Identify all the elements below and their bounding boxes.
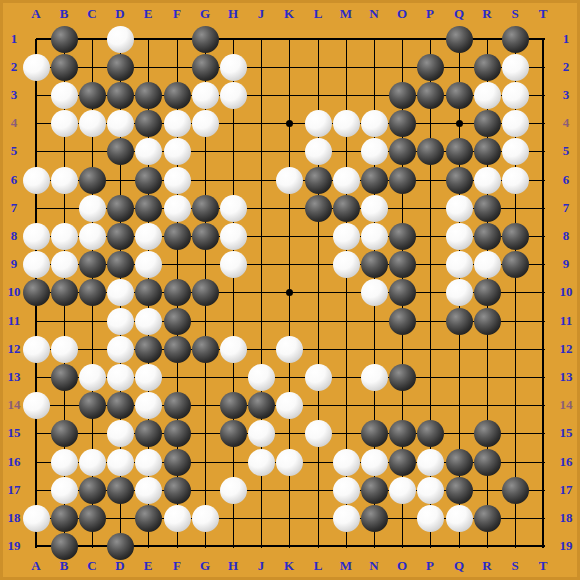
stone-white-E9[interactable] xyxy=(135,251,162,278)
stone-black-R4[interactable] xyxy=(474,110,501,137)
stone-black-C6[interactable] xyxy=(79,167,106,194)
stone-white-M18[interactable] xyxy=(333,505,360,532)
stone-black-D7[interactable] xyxy=(107,195,134,222)
column-label-bottom-S: S xyxy=(505,558,525,574)
stone-white-S3[interactable] xyxy=(502,82,529,109)
stone-black-S8[interactable] xyxy=(502,223,529,250)
stone-black-D3[interactable] xyxy=(107,82,134,109)
stone-black-S17[interactable] xyxy=(502,477,529,504)
stone-black-D14[interactable] xyxy=(107,392,134,419)
column-label-top-N: N xyxy=(364,6,384,22)
stone-black-S9[interactable] xyxy=(502,251,529,278)
stone-black-B15[interactable] xyxy=(51,420,78,447)
stone-white-D11[interactable] xyxy=(107,308,134,335)
stone-white-N8[interactable] xyxy=(361,223,388,250)
hoshi-Q4 xyxy=(456,120,463,127)
stone-black-G10[interactable] xyxy=(192,279,219,306)
row-label-right-5: 5 xyxy=(553,143,579,159)
stone-white-F6[interactable] xyxy=(164,167,191,194)
stone-white-F4[interactable] xyxy=(164,110,191,137)
stone-white-B9[interactable] xyxy=(51,251,78,278)
stone-white-G18[interactable] xyxy=(192,505,219,532)
stone-white-K14[interactable] xyxy=(276,392,303,419)
stone-black-F3[interactable] xyxy=(164,82,191,109)
column-label-bottom-P: P xyxy=(420,558,440,574)
column-label-top-G: G xyxy=(195,6,215,22)
stone-black-L7[interactable] xyxy=(305,195,332,222)
stone-white-J15[interactable] xyxy=(248,420,275,447)
column-label-top-H: H xyxy=(223,6,243,22)
row-label-left-3: 3 xyxy=(1,87,27,103)
stone-white-D16[interactable] xyxy=(107,449,134,476)
stone-white-B12[interactable] xyxy=(51,336,78,363)
column-label-top-D: D xyxy=(110,6,130,22)
stone-black-N6[interactable] xyxy=(361,167,388,194)
stone-black-F17[interactable] xyxy=(164,477,191,504)
stone-black-O8[interactable] xyxy=(389,223,416,250)
grid-line-v-T xyxy=(542,39,544,548)
grid-line-v-H xyxy=(233,39,234,548)
stone-black-B13[interactable] xyxy=(51,364,78,391)
column-label-bottom-B: B xyxy=(54,558,74,574)
row-label-left-1: 1 xyxy=(1,31,27,47)
stone-white-K16[interactable] xyxy=(276,449,303,476)
row-label-right-8: 8 xyxy=(553,228,579,244)
stone-white-Q18[interactable] xyxy=(446,505,473,532)
stone-black-G2[interactable] xyxy=(192,54,219,81)
stone-black-P15[interactable] xyxy=(417,420,444,447)
stone-black-F11[interactable] xyxy=(164,308,191,335)
column-label-bottom-F: F xyxy=(167,558,187,574)
stone-black-F12[interactable] xyxy=(164,336,191,363)
stone-black-O3[interactable] xyxy=(389,82,416,109)
hoshi-K10 xyxy=(286,289,293,296)
row-label-right-12: 12 xyxy=(553,341,579,357)
column-label-bottom-C: C xyxy=(82,558,102,574)
row-label-right-11: 11 xyxy=(553,313,579,329)
column-label-bottom-Q: Q xyxy=(449,558,469,574)
stone-black-O11[interactable] xyxy=(389,308,416,335)
stone-black-E10[interactable] xyxy=(135,279,162,306)
stone-white-G4[interactable] xyxy=(192,110,219,137)
stone-black-O15[interactable] xyxy=(389,420,416,447)
stone-black-R7[interactable] xyxy=(474,195,501,222)
row-label-right-19: 19 xyxy=(553,538,579,554)
stone-white-E16[interactable] xyxy=(135,449,162,476)
stone-white-E14[interactable] xyxy=(135,392,162,419)
stone-white-B8[interactable] xyxy=(51,223,78,250)
stone-white-H8[interactable] xyxy=(220,223,247,250)
stone-black-D9[interactable] xyxy=(107,251,134,278)
stone-white-M4[interactable] xyxy=(333,110,360,137)
stone-black-Q1[interactable] xyxy=(446,26,473,53)
stone-white-M6[interactable] xyxy=(333,167,360,194)
stone-white-C8[interactable] xyxy=(79,223,106,250)
stone-black-G7[interactable] xyxy=(192,195,219,222)
stone-black-G8[interactable] xyxy=(192,223,219,250)
stone-white-K12[interactable] xyxy=(276,336,303,363)
stone-white-B3[interactable] xyxy=(51,82,78,109)
stone-black-O5[interactable] xyxy=(389,138,416,165)
stone-white-E11[interactable] xyxy=(135,308,162,335)
stone-white-B17[interactable] xyxy=(51,477,78,504)
stone-white-L4[interactable] xyxy=(305,110,332,137)
stone-white-P17[interactable] xyxy=(417,477,444,504)
column-label-top-R: R xyxy=(477,6,497,22)
stone-black-C3[interactable] xyxy=(79,82,106,109)
stone-black-O16[interactable] xyxy=(389,449,416,476)
stone-white-M16[interactable] xyxy=(333,449,360,476)
stone-white-F18[interactable] xyxy=(164,505,191,532)
stone-black-C17[interactable] xyxy=(79,477,106,504)
stone-black-R11[interactable] xyxy=(474,308,501,335)
stone-white-H2[interactable] xyxy=(220,54,247,81)
column-label-top-Q: Q xyxy=(449,6,469,22)
stone-black-E18[interactable] xyxy=(135,505,162,532)
stone-black-E15[interactable] xyxy=(135,420,162,447)
column-label-bottom-K: K xyxy=(279,558,299,574)
stone-white-E13[interactable] xyxy=(135,364,162,391)
stone-white-L15[interactable] xyxy=(305,420,332,447)
stone-black-F10[interactable] xyxy=(164,279,191,306)
stone-white-N5[interactable] xyxy=(361,138,388,165)
stone-black-O6[interactable] xyxy=(389,167,416,194)
stone-black-N18[interactable] xyxy=(361,505,388,532)
column-label-top-J: J xyxy=(251,6,271,22)
stone-white-C16[interactable] xyxy=(79,449,106,476)
column-label-bottom-R: R xyxy=(477,558,497,574)
stone-black-E7[interactable] xyxy=(135,195,162,222)
stone-white-N4[interactable] xyxy=(361,110,388,137)
stone-white-P16[interactable] xyxy=(417,449,444,476)
stone-white-S2[interactable] xyxy=(502,54,529,81)
stone-black-Q16[interactable] xyxy=(446,449,473,476)
stone-black-F15[interactable] xyxy=(164,420,191,447)
row-label-left-8: 8 xyxy=(1,228,27,244)
stone-black-P2[interactable] xyxy=(417,54,444,81)
stone-black-D8[interactable] xyxy=(107,223,134,250)
stone-black-Q3[interactable] xyxy=(446,82,473,109)
stone-white-C13[interactable] xyxy=(79,364,106,391)
row-label-left-19: 19 xyxy=(1,538,27,554)
stone-black-P5[interactable] xyxy=(417,138,444,165)
stone-white-Q9[interactable] xyxy=(446,251,473,278)
stone-black-O9[interactable] xyxy=(389,251,416,278)
row-label-right-3: 3 xyxy=(553,87,579,103)
row-label-left-6: 6 xyxy=(1,172,27,188)
stone-black-Q11[interactable] xyxy=(446,308,473,335)
hoshi-K4 xyxy=(286,120,293,127)
stone-black-G12[interactable] xyxy=(192,336,219,363)
stone-white-R3[interactable] xyxy=(474,82,501,109)
row-label-left-7: 7 xyxy=(1,200,27,216)
stone-white-Q7[interactable] xyxy=(446,195,473,222)
row-label-left-12: 12 xyxy=(1,341,27,357)
stone-black-R16[interactable] xyxy=(474,449,501,476)
row-label-left-2: 2 xyxy=(1,59,27,75)
stone-white-H7[interactable] xyxy=(220,195,247,222)
stone-black-F8[interactable] xyxy=(164,223,191,250)
stone-white-K6[interactable] xyxy=(276,167,303,194)
column-label-top-F: F xyxy=(167,6,187,22)
column-label-top-A: A xyxy=(26,6,46,22)
stone-black-Q6[interactable] xyxy=(446,167,473,194)
stone-white-M17[interactable] xyxy=(333,477,360,504)
stone-white-E8[interactable] xyxy=(135,223,162,250)
stone-white-D4[interactable] xyxy=(107,110,134,137)
stone-black-R5[interactable] xyxy=(474,138,501,165)
row-label-left-4: 4 xyxy=(1,115,27,131)
stone-black-E3[interactable] xyxy=(135,82,162,109)
stone-white-L5[interactable] xyxy=(305,138,332,165)
stone-white-H12[interactable] xyxy=(220,336,247,363)
stone-white-D12[interactable] xyxy=(107,336,134,363)
stone-black-N17[interactable] xyxy=(361,477,388,504)
stone-black-B18[interactable] xyxy=(51,505,78,532)
stone-black-F16[interactable] xyxy=(164,449,191,476)
stone-white-R6[interactable] xyxy=(474,167,501,194)
row-label-right-6: 6 xyxy=(553,172,579,188)
column-label-top-B: B xyxy=(54,6,74,22)
stone-black-L6[interactable] xyxy=(305,167,332,194)
column-label-top-T: T xyxy=(533,6,553,22)
stone-white-O17[interactable] xyxy=(389,477,416,504)
stone-white-E17[interactable] xyxy=(135,477,162,504)
stone-white-L13[interactable] xyxy=(305,364,332,391)
stone-black-D19[interactable] xyxy=(107,533,134,560)
column-label-bottom-G: G xyxy=(195,558,215,574)
stone-white-S6[interactable] xyxy=(502,167,529,194)
stone-white-D15[interactable] xyxy=(107,420,134,447)
row-label-right-18: 18 xyxy=(553,510,579,526)
stone-black-C18[interactable] xyxy=(79,505,106,532)
row-label-right-10: 10 xyxy=(553,284,579,300)
row-label-right-9: 9 xyxy=(553,256,579,272)
stone-white-P18[interactable] xyxy=(417,505,444,532)
stone-white-B16[interactable] xyxy=(51,449,78,476)
column-label-top-O: O xyxy=(392,6,412,22)
column-label-bottom-D: D xyxy=(110,558,130,574)
stone-black-G1[interactable] xyxy=(192,26,219,53)
row-label-left-10: 10 xyxy=(1,284,27,300)
stone-black-S1[interactable] xyxy=(502,26,529,53)
stone-black-D5[interactable] xyxy=(107,138,134,165)
stone-white-N10[interactable] xyxy=(361,279,388,306)
stone-black-E12[interactable] xyxy=(135,336,162,363)
row-label-left-15: 15 xyxy=(1,425,27,441)
row-label-left-11: 11 xyxy=(1,313,27,329)
stone-black-C9[interactable] xyxy=(79,251,106,278)
row-label-right-2: 2 xyxy=(553,59,579,75)
stone-white-N13[interactable] xyxy=(361,364,388,391)
stone-black-R8[interactable] xyxy=(474,223,501,250)
stone-white-B4[interactable] xyxy=(51,110,78,137)
stone-black-E6[interactable] xyxy=(135,167,162,194)
stone-black-O4[interactable] xyxy=(389,110,416,137)
column-label-top-L: L xyxy=(308,6,328,22)
stone-black-B1[interactable] xyxy=(51,26,78,53)
stone-black-C14[interactable] xyxy=(79,392,106,419)
row-label-right-17: 17 xyxy=(553,482,579,498)
row-label-left-16: 16 xyxy=(1,454,27,470)
stone-white-D13[interactable] xyxy=(107,364,134,391)
stone-black-R2[interactable] xyxy=(474,54,501,81)
stone-white-N7[interactable] xyxy=(361,195,388,222)
stone-white-H3[interactable] xyxy=(220,82,247,109)
column-label-top-K: K xyxy=(279,6,299,22)
stone-white-J16[interactable] xyxy=(248,449,275,476)
column-label-top-S: S xyxy=(505,6,525,22)
column-label-bottom-J: J xyxy=(251,558,271,574)
column-label-top-P: P xyxy=(420,6,440,22)
stone-black-N9[interactable] xyxy=(361,251,388,278)
row-label-left-13: 13 xyxy=(1,369,27,385)
column-label-bottom-O: O xyxy=(392,558,412,574)
stone-white-N16[interactable] xyxy=(361,449,388,476)
column-label-bottom-A: A xyxy=(26,558,46,574)
stone-black-B2[interactable] xyxy=(51,54,78,81)
stone-black-D17[interactable] xyxy=(107,477,134,504)
row-label-right-15: 15 xyxy=(553,425,579,441)
stone-white-C4[interactable] xyxy=(79,110,106,137)
stone-white-M9[interactable] xyxy=(333,251,360,278)
stone-black-J14[interactable] xyxy=(248,392,275,419)
stone-white-D1[interactable] xyxy=(107,26,134,53)
row-label-right-14: 14 xyxy=(553,397,579,413)
stone-black-O10[interactable] xyxy=(389,279,416,306)
row-label-right-16: 16 xyxy=(553,454,579,470)
column-label-top-M: M xyxy=(336,6,356,22)
column-label-bottom-T: T xyxy=(533,558,553,574)
column-label-bottom-H: H xyxy=(223,558,243,574)
row-label-right-13: 13 xyxy=(553,369,579,385)
stone-white-J13[interactable] xyxy=(248,364,275,391)
stone-white-Q8[interactable] xyxy=(446,223,473,250)
row-label-left-14: 14 xyxy=(1,397,27,413)
column-label-bottom-N: N xyxy=(364,558,384,574)
stone-black-B10[interactable] xyxy=(51,279,78,306)
stone-white-B6[interactable] xyxy=(51,167,78,194)
go-board[interactable]: AA11BB22CC33DD44EE55FF66GG77HH88JJ99KK10… xyxy=(0,0,580,580)
row-label-right-7: 7 xyxy=(553,200,579,216)
stone-white-G3[interactable] xyxy=(192,82,219,109)
stone-white-H17[interactable] xyxy=(220,477,247,504)
stone-black-D2[interactable] xyxy=(107,54,134,81)
stone-black-F14[interactable] xyxy=(164,392,191,419)
stone-black-P3[interactable] xyxy=(417,82,444,109)
stone-black-R10[interactable] xyxy=(474,279,501,306)
stone-black-B19[interactable] xyxy=(51,533,78,560)
column-label-top-E: E xyxy=(138,6,158,22)
column-label-bottom-E: E xyxy=(138,558,158,574)
stone-black-C10[interactable] xyxy=(79,279,106,306)
stone-white-Q10[interactable] xyxy=(446,279,473,306)
row-label-left-18: 18 xyxy=(1,510,27,526)
stone-black-R15[interactable] xyxy=(474,420,501,447)
stone-white-M8[interactable] xyxy=(333,223,360,250)
stone-white-F5[interactable] xyxy=(164,138,191,165)
row-label-right-1: 1 xyxy=(553,31,579,47)
stone-white-F7[interactable] xyxy=(164,195,191,222)
stone-white-D10[interactable] xyxy=(107,279,134,306)
stone-black-H15[interactable] xyxy=(220,420,247,447)
stone-black-O13[interactable] xyxy=(389,364,416,391)
stone-black-R18[interactable] xyxy=(474,505,501,532)
stone-black-H14[interactable] xyxy=(220,392,247,419)
stone-white-S4[interactable] xyxy=(502,110,529,137)
column-label-bottom-M: M xyxy=(336,558,356,574)
stone-white-C7[interactable] xyxy=(79,195,106,222)
stone-white-R9[interactable] xyxy=(474,251,501,278)
row-label-left-9: 9 xyxy=(1,256,27,272)
stone-black-Q5[interactable] xyxy=(446,138,473,165)
stone-white-H9[interactable] xyxy=(220,251,247,278)
column-label-bottom-L: L xyxy=(308,558,328,574)
stone-white-E5[interactable] xyxy=(135,138,162,165)
row-label-right-4: 4 xyxy=(553,115,579,131)
column-label-top-C: C xyxy=(82,6,102,22)
row-label-left-17: 17 xyxy=(1,482,27,498)
stone-black-N15[interactable] xyxy=(361,420,388,447)
stone-black-Q17[interactable] xyxy=(446,477,473,504)
row-label-left-5: 5 xyxy=(1,143,27,159)
stone-black-E4[interactable] xyxy=(135,110,162,137)
stone-black-M7[interactable] xyxy=(333,195,360,222)
stone-white-S5[interactable] xyxy=(502,138,529,165)
